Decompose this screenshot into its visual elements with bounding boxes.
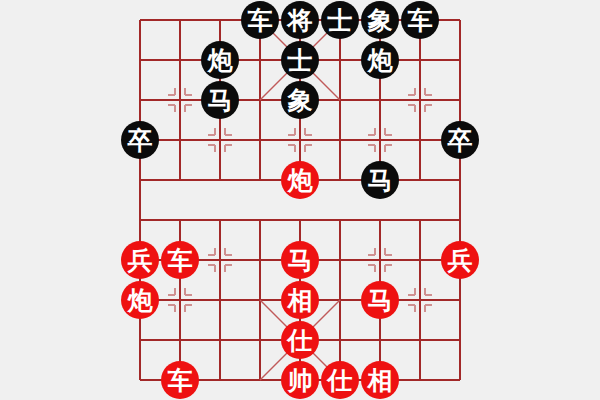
- piece-black-soldier[interactable]: 卒: [121, 121, 159, 159]
- piece-red-general[interactable]: 帅: [281, 361, 319, 399]
- piece-red-chariot[interactable]: 车: [161, 241, 199, 279]
- piece-red-soldier[interactable]: 兵: [121, 241, 159, 279]
- piece-black-elephant[interactable]: 象: [361, 1, 399, 39]
- piece-black-soldier[interactable]: 卒: [441, 121, 479, 159]
- piece-black-cannon[interactable]: 炮: [201, 41, 239, 79]
- piece-red-horse[interactable]: 马: [281, 241, 319, 279]
- piece-red-elephant[interactable]: 相: [281, 281, 319, 319]
- piece-red-soldier[interactable]: 兵: [441, 241, 479, 279]
- piece-red-cannon[interactable]: 炮: [121, 281, 159, 319]
- piece-black-horse[interactable]: 马: [361, 161, 399, 199]
- piece-red-horse[interactable]: 马: [361, 281, 399, 319]
- xiangqi-board[interactable]: 车将士象车炮士炮马象卒卒马炮兵车马兵炮相马仕车帅仕相: [0, 0, 600, 400]
- piece-red-advisor[interactable]: 仕: [281, 321, 319, 359]
- piece-black-cannon[interactable]: 炮: [361, 41, 399, 79]
- piece-black-chariot[interactable]: 车: [401, 1, 439, 39]
- piece-black-horse[interactable]: 马: [201, 81, 239, 119]
- piece-black-general[interactable]: 将: [281, 1, 319, 39]
- piece-black-advisor[interactable]: 士: [281, 41, 319, 79]
- piece-red-advisor[interactable]: 仕: [321, 361, 359, 399]
- piece-red-chariot[interactable]: 车: [161, 361, 199, 399]
- piece-red-elephant[interactable]: 相: [361, 361, 399, 399]
- piece-black-chariot[interactable]: 车: [241, 1, 279, 39]
- piece-black-advisor[interactable]: 士: [321, 1, 359, 39]
- piece-red-cannon[interactable]: 炮: [281, 161, 319, 199]
- piece-black-elephant[interactable]: 象: [281, 81, 319, 119]
